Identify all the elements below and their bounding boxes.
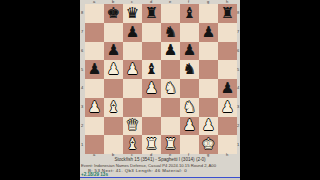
square-b6[interactable]: ♟ (104, 42, 123, 61)
rank-label: 6 (237, 49, 239, 53)
square-e3[interactable] (161, 98, 180, 117)
chess-gui-panel: abcdefgh 87654321 ♚♛♜♝♜♟♞♟♟♟♟♟♟♟♝♞♟♞♟♟♝♞… (80, 0, 240, 180)
square-c4[interactable] (123, 79, 142, 98)
square-b8[interactable]: ♚ (104, 4, 123, 23)
square-e7[interactable]: ♞ (161, 23, 180, 42)
black-bishop: ♝ (145, 62, 158, 77)
square-a4[interactable] (85, 79, 104, 98)
square-f7[interactable] (180, 23, 199, 42)
left-letterbox-bar (0, 0, 80, 180)
square-g7[interactable]: ♟ (199, 23, 218, 42)
square-a7[interactable] (85, 23, 104, 42)
square-f5[interactable]: ♞ (180, 60, 199, 79)
black-knight: ♞ (164, 25, 177, 40)
black-bishop: ♝ (183, 6, 196, 21)
white-knight: ♞ (164, 81, 177, 96)
square-f1[interactable] (180, 135, 199, 154)
white-pawn: ♟ (202, 118, 215, 133)
square-f4[interactable] (180, 79, 199, 98)
white-queen: ♛ (126, 118, 139, 133)
square-g8[interactable] (199, 4, 218, 23)
bottom-margin (80, 178, 240, 180)
black-pawn: ♟ (164, 43, 177, 58)
square-e2[interactable] (161, 117, 180, 136)
square-d5[interactable]: ♝ (142, 60, 161, 79)
white-pawn: ♟ (145, 81, 158, 96)
square-h4[interactable]: ♟ (218, 79, 237, 98)
square-e5[interactable] (161, 60, 180, 79)
rank-label: 6 (81, 49, 83, 53)
square-g2[interactable]: ♟ (199, 117, 218, 136)
rank-label: 8 (81, 11, 83, 15)
square-g4[interactable] (199, 79, 218, 98)
black-knight: ♞ (183, 62, 196, 77)
white-bishop: ♝ (126, 137, 139, 152)
square-a8[interactable] (85, 4, 104, 23)
square-c2[interactable]: ♛ (123, 117, 142, 136)
rank-label: 7 (81, 30, 83, 34)
black-pawn: ♟ (88, 62, 101, 77)
black-king: ♚ (107, 6, 120, 21)
square-d3[interactable] (142, 98, 161, 117)
square-d4[interactable]: ♟ (142, 79, 161, 98)
square-f3[interactable]: ♞ (180, 98, 199, 117)
rank-label: 3 (237, 105, 239, 109)
rank-label: 5 (237, 68, 239, 72)
square-f6[interactable]: ♟ (180, 42, 199, 61)
square-e4[interactable]: ♞ (161, 79, 180, 98)
square-b7[interactable] (104, 23, 123, 42)
square-h3[interactable]: ♟ (218, 98, 237, 117)
square-d8[interactable]: ♜ (142, 4, 161, 23)
square-b3[interactable]: ♝ (104, 98, 123, 117)
white-pawn: ♟ (126, 62, 139, 77)
square-g5[interactable] (199, 60, 218, 79)
square-b4[interactable] (104, 79, 123, 98)
square-c6[interactable] (123, 42, 142, 61)
square-b2[interactable] (104, 117, 123, 136)
right-letterbox-bar (240, 0, 320, 180)
square-a3[interactable]: ♟ (85, 98, 104, 117)
black-pawn: ♟ (221, 81, 234, 96)
white-rook: ♜ (145, 137, 158, 152)
square-c5[interactable]: ♟ (123, 60, 142, 79)
square-f8[interactable]: ♝ (180, 4, 199, 23)
square-g6[interactable] (199, 42, 218, 61)
square-d6[interactable] (142, 42, 161, 61)
square-a5[interactable]: ♟ (85, 60, 104, 79)
square-a2[interactable] (85, 117, 104, 136)
square-g3[interactable] (199, 98, 218, 117)
white-pawn: ♟ (221, 100, 234, 115)
black-queen: ♛ (126, 6, 139, 21)
white-bishop: ♝ (107, 100, 120, 115)
rank-label: 4 (81, 86, 83, 90)
rank-label: 1 (81, 143, 83, 147)
white-pawn: ♟ (107, 62, 120, 77)
black-rook: ♜ (221, 6, 234, 21)
square-d2[interactable] (142, 117, 161, 136)
square-c3[interactable] (123, 98, 142, 117)
rank-label: 2 (81, 124, 83, 128)
square-f2[interactable]: ♟ (180, 117, 199, 136)
video-frame: abcdefgh 87654321 ♚♛♜♝♜♟♞♟♟♟♟♟♟♟♝♞♟♞♟♟♝♞… (0, 0, 320, 180)
square-h7[interactable] (218, 23, 237, 42)
rank-label: 4 (237, 86, 239, 90)
rank-label: 3 (81, 105, 83, 109)
square-h5[interactable] (218, 60, 237, 79)
rank-label: 2 (237, 124, 239, 128)
rank-label: 7 (237, 30, 239, 34)
white-king: ♚ (202, 137, 215, 152)
square-d7[interactable] (142, 23, 161, 42)
black-pawn: ♟ (202, 25, 215, 40)
white-knight: ♞ (183, 100, 196, 115)
black-pawn: ♟ (107, 43, 120, 58)
square-a6[interactable] (85, 42, 104, 61)
black-rook: ♜ (145, 6, 158, 21)
rank-label: 5 (81, 68, 83, 72)
rank-label: 1 (237, 143, 239, 147)
square-h2[interactable] (218, 117, 237, 136)
white-rook: ♜ (164, 137, 177, 152)
square-e8[interactable] (161, 4, 180, 23)
square-b5[interactable]: ♟ (104, 60, 123, 79)
white-pawn: ♟ (183, 118, 196, 133)
black-pawn: ♟ (126, 25, 139, 40)
black-pawn: ♟ (183, 43, 196, 58)
white-pawn: ♟ (88, 100, 101, 115)
square-e6[interactable]: ♟ (161, 42, 180, 61)
square-h8[interactable]: ♜ (218, 4, 237, 23)
square-c7[interactable]: ♟ (123, 23, 142, 42)
rank-label: 8 (237, 11, 239, 15)
chess-board: ♚♛♜♝♜♟♞♟♟♟♟♟♟♟♝♞♟♞♟♟♝♞♟♛♟♟♝♜♜♚ (85, 4, 237, 154)
square-h6[interactable] (218, 42, 237, 61)
match-title: Stockfish 15 (3541) - Spaghetti I (3014)… (80, 157, 240, 162)
square-c8[interactable]: ♛ (123, 4, 142, 23)
